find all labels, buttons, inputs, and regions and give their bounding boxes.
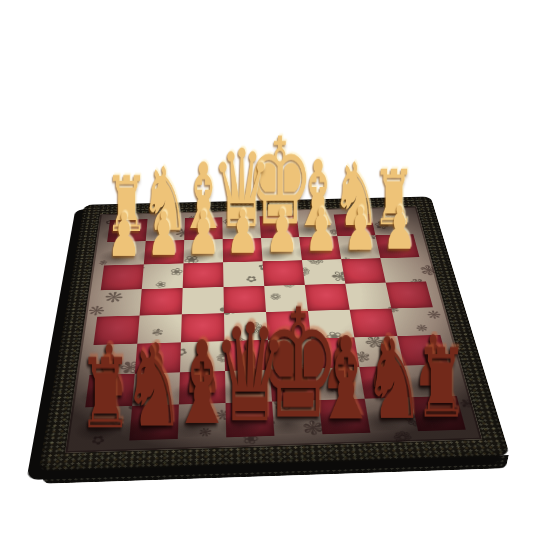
square-g1[interactable] (334, 214, 376, 237)
square-d2[interactable] (223, 238, 263, 262)
square-a2[interactable] (104, 241, 146, 265)
chess-set-photo: ✿❀❁❃✾❋✿❀❁❃✾❋✿❀❁❃✾❋✿❀❁❃✾❋✿❀❁❃✾❋✿❀❁❃✾❋✿❀❁❃… (0, 0, 533, 533)
square-h1[interactable] (371, 213, 414, 236)
square-e1[interactable] (260, 215, 300, 238)
square-b4[interactable] (140, 288, 183, 315)
black-knight-icon: ♞ (123, 338, 184, 437)
square-h2[interactable] (375, 234, 419, 258)
square-h3[interactable] (380, 257, 426, 282)
square-e2[interactable] (261, 237, 302, 261)
square-d1[interactable] (222, 216, 261, 239)
piece-black-knight-b8[interactable]: ♞ (129, 404, 179, 440)
board-3d: ✿❀❁❃✾❋✿❀❁❃✾❋✿❀❁❃✾❋✿❀❁❃✾❋✿❀❁❃✾❋✿❀❁❃✾❋✿❀❁❃… (39, 196, 511, 471)
square-a1[interactable] (107, 219, 147, 242)
square-b2[interactable] (144, 240, 184, 264)
square-g3[interactable] (341, 258, 385, 283)
square-a3[interactable] (101, 264, 144, 290)
square-g4[interactable] (345, 283, 391, 310)
square-g2[interactable] (337, 235, 380, 259)
square-c1[interactable] (184, 217, 222, 240)
square-b3[interactable] (142, 263, 184, 289)
piece-black-bishop-c8[interactable]: ♝ (178, 403, 226, 439)
square-h4[interactable] (386, 281, 433, 308)
black-rook-icon: ♜ (78, 352, 132, 439)
square-b1[interactable] (146, 218, 185, 241)
piece-black-rook-a8[interactable]: ♜ (81, 406, 133, 442)
square-c3[interactable] (183, 262, 224, 288)
square-f1[interactable] (297, 215, 338, 238)
square-f2[interactable] (299, 236, 341, 260)
square-c2[interactable] (183, 239, 223, 263)
